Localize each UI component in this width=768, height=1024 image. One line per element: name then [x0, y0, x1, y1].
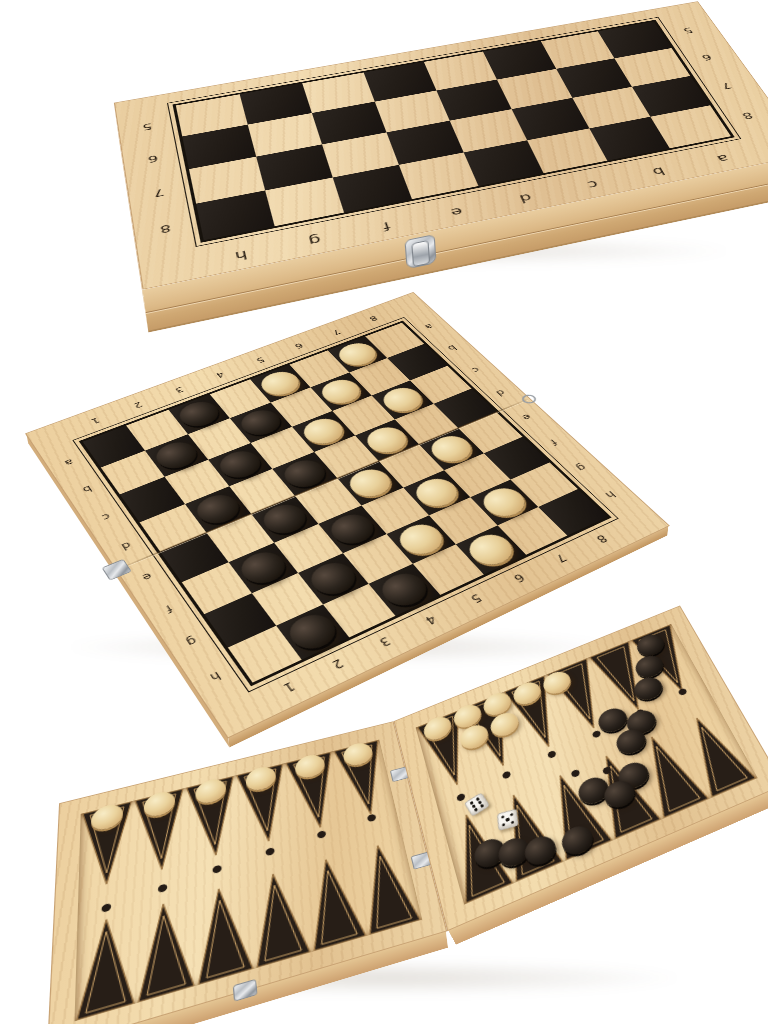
- point-bot: [444, 806, 512, 903]
- inlay-dot: [547, 750, 557, 759]
- die-pip: [470, 801, 474, 805]
- inlay-dot: [317, 830, 327, 839]
- rank-label: 8: [146, 207, 186, 250]
- backgammon-right-well: [416, 624, 758, 905]
- board-square: [399, 152, 479, 199]
- point-stripe: [454, 819, 504, 897]
- board-square: [265, 178, 344, 227]
- backgammon-right-half: [394, 606, 768, 932]
- board-square: [256, 144, 333, 190]
- checker-dark: [495, 834, 533, 872]
- point-stripe: [86, 926, 125, 1013]
- checker-dark: [471, 835, 508, 872]
- inlay-dot: [102, 903, 112, 913]
- rank-label: 5: [129, 108, 165, 145]
- checker-light: [91, 802, 123, 833]
- die-pip: [478, 801, 482, 805]
- inlay-dot: [456, 793, 466, 803]
- point-bot: [492, 786, 563, 881]
- checker-dark: [521, 832, 559, 870]
- latch-hasp: [411, 240, 430, 267]
- point-bot: [354, 839, 420, 934]
- die-pip: [480, 804, 484, 808]
- die-2: [497, 809, 519, 831]
- backgammon-board: [47, 650, 768, 1024]
- latch-icon: [400, 234, 439, 274]
- point-bot: [77, 912, 134, 1019]
- board-square: [464, 140, 544, 186]
- box-wall: [48, 804, 66, 1024]
- product-photo: hgfedcba 5678 5678 12345678 1234: [0, 0, 768, 1024]
- file-label: c: [86, 499, 129, 537]
- point-bot: [585, 747, 660, 838]
- point-stripe: [502, 799, 555, 875]
- inlay-dot: [212, 865, 222, 875]
- rank-label: 8: [723, 98, 768, 134]
- board-square: [322, 132, 399, 177]
- point-stripe: [202, 895, 244, 977]
- checker-dark: [600, 777, 638, 812]
- die-pip: [510, 813, 513, 817]
- inlay-dot: [367, 814, 377, 823]
- inlay-dot: [592, 730, 602, 739]
- rank-label: 6: [134, 139, 172, 178]
- point-stripe: [549, 779, 603, 853]
- point-bot: [137, 897, 194, 1002]
- rank-labels-left: 5678: [129, 108, 186, 250]
- die-pip: [474, 808, 478, 812]
- die-pip: [502, 823, 505, 827]
- point-bot: [676, 710, 755, 797]
- point-bot: [248, 867, 310, 967]
- point-stripe: [642, 740, 700, 811]
- point-stripe: [89, 807, 125, 878]
- point-stripe: [687, 721, 747, 791]
- point-stripe: [596, 759, 652, 832]
- backgammon-scene: [0, 610, 768, 1024]
- chess-box: hgfedcba 5678 5678: [114, 1, 768, 289]
- inlay-dot: [677, 688, 687, 697]
- die-pip: [511, 821, 514, 825]
- point-stripe: [145, 911, 185, 995]
- point-bot: [193, 882, 252, 984]
- backgammon-left-well: [74, 739, 422, 1021]
- inlay-dot: [570, 769, 580, 779]
- points-graphic: [416, 624, 758, 905]
- point-bot: [539, 767, 612, 860]
- rank-label: 7: [140, 172, 179, 213]
- board-square: [176, 94, 248, 136]
- point-stripe: [311, 866, 357, 944]
- board-square: [333, 165, 412, 213]
- board-square: [196, 190, 275, 240]
- backgammon-left-half: [47, 721, 447, 1024]
- board-square: [527, 128, 607, 173]
- inlay-dot: [265, 847, 275, 856]
- point-stripe: [257, 881, 301, 961]
- chess-box-scene: hgfedcba 5678 5678: [0, 0, 768, 320]
- board-square: [182, 125, 256, 170]
- checker-dark: [575, 773, 613, 808]
- inlay-dot: [502, 770, 512, 779]
- point-stripe: [363, 852, 411, 929]
- die-pip: [472, 804, 476, 808]
- point-bot: [302, 853, 366, 950]
- die-pip: [506, 818, 509, 822]
- board-square: [189, 157, 265, 204]
- checker-dark: [558, 822, 597, 859]
- die-pip: [501, 815, 504, 819]
- inlay-dot: [158, 883, 168, 893]
